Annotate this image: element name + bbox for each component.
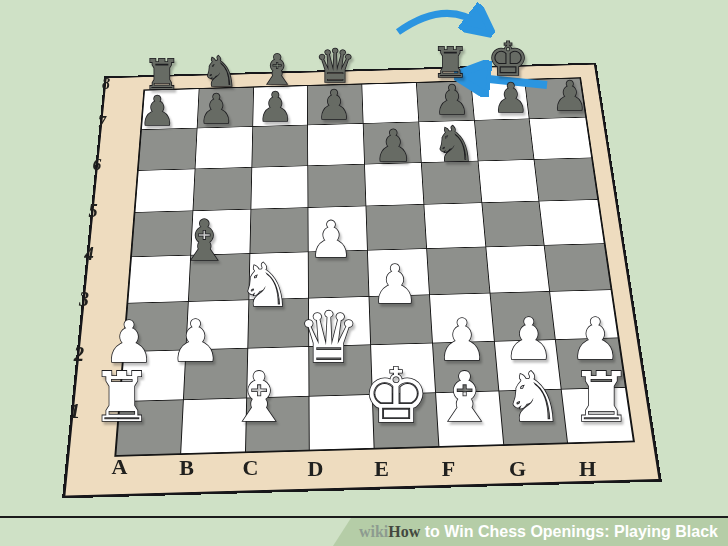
king-castling-arrow — [398, 13, 482, 32]
square-f8[interactable] — [417, 82, 475, 122]
square-c2[interactable] — [247, 346, 310, 398]
square-b1[interactable] — [181, 399, 247, 454]
square-d6[interactable] — [308, 164, 366, 208]
square-f3[interactable] — [430, 293, 495, 343]
wikihow-illustration: 87654321ABCDEFGH ♜♞♝♛♜♚♟♟♟♟♟♟♟♟♞♝♟♞♟♟♟♛♟… — [0, 0, 728, 546]
square-a1[interactable] — [116, 400, 183, 455]
square-d1[interactable] — [310, 395, 375, 450]
square-a6[interactable] — [135, 169, 195, 213]
square-e3[interactable] — [369, 295, 432, 345]
square-g2[interactable] — [494, 340, 562, 392]
square-g7[interactable] — [474, 119, 534, 161]
square-a8[interactable] — [142, 89, 199, 130]
square-b3[interactable] — [186, 300, 249, 350]
square-b4[interactable] — [189, 254, 250, 302]
square-d3[interactable] — [309, 297, 371, 347]
square-d8[interactable] — [308, 85, 364, 126]
square-a7[interactable] — [139, 128, 198, 170]
square-f5[interactable] — [424, 203, 486, 249]
square-f4[interactable] — [427, 247, 490, 295]
square-f6[interactable] — [422, 161, 482, 205]
square-c3[interactable] — [248, 298, 310, 348]
board-squares — [114, 77, 635, 457]
square-f7[interactable] — [419, 120, 478, 162]
square-e4[interactable] — [368, 249, 430, 297]
square-e2[interactable] — [371, 343, 436, 395]
square-g3[interactable] — [490, 292, 556, 342]
caption-title: to Win Chess Openings: Playing Black — [420, 523, 718, 541]
square-d4[interactable] — [309, 251, 370, 299]
square-h5[interactable] — [540, 200, 604, 246]
square-c8[interactable] — [253, 86, 308, 127]
square-a3[interactable] — [124, 302, 188, 352]
square-g8[interactable] — [471, 80, 530, 120]
wikihow-logo-how: How — [388, 523, 420, 541]
square-e8[interactable] — [362, 83, 419, 123]
square-h2[interactable] — [556, 338, 625, 390]
chess-board — [62, 63, 662, 499]
square-c7[interactable] — [252, 125, 309, 167]
square-b6[interactable] — [193, 167, 252, 211]
square-d2[interactable] — [309, 345, 372, 397]
square-b2[interactable] — [184, 348, 248, 400]
square-g4[interactable] — [486, 246, 550, 294]
square-h4[interactable] — [545, 244, 611, 292]
square-h1[interactable] — [562, 388, 633, 442]
square-d5[interactable] — [309, 206, 368, 252]
square-f2[interactable] — [433, 341, 499, 393]
square-h3[interactable] — [550, 290, 617, 340]
square-a2[interactable] — [121, 350, 187, 402]
square-d7[interactable] — [308, 124, 365, 166]
board-frame — [62, 63, 662, 499]
square-h6[interactable] — [535, 158, 598, 202]
square-g1[interactable] — [499, 390, 568, 444]
wikihow-logo-wiki: wiki — [359, 523, 388, 541]
square-c4[interactable] — [249, 252, 309, 300]
square-e7[interactable] — [364, 122, 422, 164]
square-c5[interactable] — [250, 208, 309, 254]
square-b8[interactable] — [197, 88, 253, 129]
square-b7[interactable] — [195, 127, 252, 169]
square-b5[interactable] — [191, 210, 251, 256]
square-c6[interactable] — [251, 166, 309, 210]
square-g5[interactable] — [482, 202, 545, 248]
square-c1[interactable] — [245, 397, 310, 452]
square-e1[interactable] — [373, 393, 439, 447]
square-f1[interactable] — [436, 392, 504, 446]
square-e6[interactable] — [365, 163, 424, 207]
square-g6[interactable] — [478, 159, 540, 203]
square-a4[interactable] — [128, 256, 191, 304]
caption-band: wikiHow to Win Chess Openings: Playing B… — [0, 518, 728, 546]
square-h8[interactable] — [525, 79, 585, 119]
square-e5[interactable] — [366, 205, 426, 251]
square-a5[interactable] — [132, 211, 193, 257]
square-h7[interactable] — [530, 117, 591, 159]
wikihow-watermark: wikiHow to Win Chess Openings: Playing B… — [333, 518, 728, 546]
